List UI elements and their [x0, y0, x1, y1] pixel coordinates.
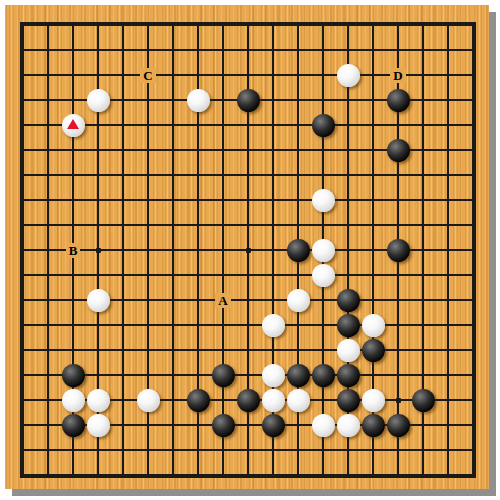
- board-cell[interactable]: [286, 38, 311, 63]
- board-cell[interactable]: [436, 363, 461, 388]
- board-cell[interactable]: [161, 13, 186, 38]
- board-cell[interactable]: [186, 13, 211, 38]
- board-cell[interactable]: [286, 138, 311, 163]
- board-cell[interactable]: [111, 63, 136, 88]
- board-cell[interactable]: [361, 438, 386, 463]
- board-cell[interactable]: [411, 363, 436, 388]
- board-cell[interactable]: [461, 263, 486, 288]
- board-cell[interactable]: [161, 388, 186, 413]
- board-cell[interactable]: [261, 63, 286, 88]
- board-cell[interactable]: [436, 313, 461, 338]
- board-cell[interactable]: [211, 438, 236, 463]
- board-cell[interactable]: [386, 113, 411, 138]
- board-cell[interactable]: [436, 238, 461, 263]
- board-cell[interactable]: [136, 388, 161, 413]
- board-cell[interactable]: [211, 38, 236, 63]
- board-cell[interactable]: [286, 263, 311, 288]
- board-cell[interactable]: [411, 138, 436, 163]
- board-cell[interactable]: [86, 438, 111, 463]
- board-cell[interactable]: [186, 38, 211, 63]
- board-cell[interactable]: [211, 63, 236, 88]
- board-cell[interactable]: [436, 63, 461, 88]
- board-cell[interactable]: [461, 38, 486, 63]
- board-cell[interactable]: [61, 188, 86, 213]
- board-cell[interactable]: [186, 238, 211, 263]
- board-cell[interactable]: [336, 63, 361, 88]
- board-cell[interactable]: [11, 263, 36, 288]
- board-cell[interactable]: [161, 113, 186, 138]
- board-cell[interactable]: [286, 213, 311, 238]
- board-cell[interactable]: [161, 138, 186, 163]
- board-cell[interactable]: [236, 113, 261, 138]
- board-cell[interactable]: [461, 163, 486, 188]
- board-cell[interactable]: [136, 438, 161, 463]
- board-cell[interactable]: [61, 288, 86, 313]
- board-cell[interactable]: [236, 213, 261, 238]
- board-cell[interactable]: [311, 188, 336, 213]
- board-cell[interactable]: [186, 438, 211, 463]
- board-cell[interactable]: [311, 363, 336, 388]
- board-cell[interactable]: [61, 463, 86, 488]
- board-cell[interactable]: [211, 313, 236, 338]
- board-cell[interactable]: [136, 213, 161, 238]
- board-cell[interactable]: [336, 38, 361, 63]
- board-cell[interactable]: [186, 413, 211, 438]
- board-cell[interactable]: [111, 138, 136, 163]
- board-cell[interactable]: [161, 363, 186, 388]
- board-cell[interactable]: [436, 263, 461, 288]
- board-cell[interactable]: [36, 438, 61, 463]
- board-cell[interactable]: [361, 213, 386, 238]
- board-cell[interactable]: [111, 313, 136, 338]
- board-cell[interactable]: [261, 288, 286, 313]
- board-cell[interactable]: [386, 163, 411, 188]
- board-cell[interactable]: [61, 388, 86, 413]
- board-cell[interactable]: [186, 63, 211, 88]
- board-cell[interactable]: [11, 63, 36, 88]
- board-cell[interactable]: [161, 313, 186, 338]
- board-cell[interactable]: [86, 138, 111, 163]
- board-cell[interactable]: [86, 163, 111, 188]
- board-cell[interactable]: [336, 338, 361, 363]
- board-cell[interactable]: [211, 163, 236, 188]
- board-cell[interactable]: [461, 413, 486, 438]
- board-cell[interactable]: [286, 338, 311, 363]
- board-cell[interactable]: [311, 88, 336, 113]
- board-cell[interactable]: [386, 88, 411, 113]
- board-cell[interactable]: [261, 188, 286, 213]
- board-cell[interactable]: [411, 388, 436, 413]
- board-cell[interactable]: D: [386, 63, 411, 88]
- board-cell[interactable]: A: [211, 288, 236, 313]
- board-cell[interactable]: [111, 213, 136, 238]
- board-cell[interactable]: [86, 288, 111, 313]
- board-cell[interactable]: [186, 288, 211, 313]
- board-cell[interactable]: [436, 13, 461, 38]
- board-cell[interactable]: [336, 13, 361, 38]
- board-cell[interactable]: [436, 438, 461, 463]
- board-cell[interactable]: [236, 388, 261, 413]
- board-cell[interactable]: [136, 338, 161, 363]
- board-cell[interactable]: [286, 388, 311, 413]
- board-cell[interactable]: [261, 238, 286, 263]
- board-cell[interactable]: [336, 313, 361, 338]
- board-cell[interactable]: [411, 413, 436, 438]
- board-cell[interactable]: [36, 388, 61, 413]
- board-cell[interactable]: [461, 363, 486, 388]
- board-cell[interactable]: [436, 88, 461, 113]
- board-cell[interactable]: [411, 188, 436, 213]
- board-cell[interactable]: [286, 413, 311, 438]
- board-cell[interactable]: [136, 88, 161, 113]
- board-cell[interactable]: [411, 13, 436, 38]
- board-cell[interactable]: [36, 213, 61, 238]
- board-cell[interactable]: [211, 463, 236, 488]
- board-cell[interactable]: [111, 413, 136, 438]
- board-cell[interactable]: [86, 413, 111, 438]
- board-cell[interactable]: [461, 13, 486, 38]
- board-cell[interactable]: [211, 338, 236, 363]
- board-cell[interactable]: [11, 413, 36, 438]
- board-cell[interactable]: [336, 438, 361, 463]
- board-cell[interactable]: [336, 388, 361, 413]
- board-cell[interactable]: [311, 63, 336, 88]
- board-cell[interactable]: [311, 288, 336, 313]
- board-cell[interactable]: [361, 463, 386, 488]
- board-cell[interactable]: [286, 163, 311, 188]
- board-cell[interactable]: [236, 288, 261, 313]
- board-cell[interactable]: [111, 338, 136, 363]
- board-cell[interactable]: [286, 88, 311, 113]
- board-cell[interactable]: [211, 413, 236, 438]
- board-cell[interactable]: [236, 463, 261, 488]
- board-cell[interactable]: [111, 438, 136, 463]
- board-cell[interactable]: [461, 188, 486, 213]
- board-cell[interactable]: [136, 238, 161, 263]
- board-cell[interactable]: [161, 288, 186, 313]
- board-cell[interactable]: [86, 88, 111, 113]
- board-cell[interactable]: [36, 63, 61, 88]
- board-cell[interactable]: [86, 13, 111, 38]
- board-cell[interactable]: [411, 38, 436, 63]
- board-cell[interactable]: [61, 213, 86, 238]
- board-cell[interactable]: [61, 63, 86, 88]
- board-cell[interactable]: [136, 363, 161, 388]
- board-cell[interactable]: [361, 238, 386, 263]
- board-cell[interactable]: [411, 438, 436, 463]
- board-cell[interactable]: [436, 113, 461, 138]
- board-cell[interactable]: [136, 163, 161, 188]
- board-cell[interactable]: [161, 463, 186, 488]
- board-cell[interactable]: [136, 263, 161, 288]
- board-cell[interactable]: [11, 363, 36, 388]
- board-cell[interactable]: [261, 13, 286, 38]
- board-cell[interactable]: [111, 263, 136, 288]
- board-cell[interactable]: [361, 13, 386, 38]
- board-cell[interactable]: [411, 88, 436, 113]
- board-cell[interactable]: [11, 313, 36, 338]
- board-cell[interactable]: [11, 288, 36, 313]
- board-cell[interactable]: [436, 213, 461, 238]
- board-cell[interactable]: [361, 363, 386, 388]
- board-cell[interactable]: [11, 88, 36, 113]
- board-cell[interactable]: [311, 213, 336, 238]
- board-cell[interactable]: [36, 338, 61, 363]
- board-cell[interactable]: [286, 438, 311, 463]
- board-cell[interactable]: [361, 388, 386, 413]
- board-cell[interactable]: [311, 438, 336, 463]
- board-cell[interactable]: [336, 238, 361, 263]
- board-cell[interactable]: [236, 238, 261, 263]
- board-cell[interactable]: [286, 313, 311, 338]
- board-cell[interactable]: [11, 238, 36, 263]
- board-cell[interactable]: [136, 463, 161, 488]
- board-cell[interactable]: [136, 413, 161, 438]
- board-cell[interactable]: [36, 138, 61, 163]
- board-cell[interactable]: [411, 113, 436, 138]
- board-cell[interactable]: [161, 88, 186, 113]
- board-cell[interactable]: [286, 363, 311, 388]
- board-cell[interactable]: [186, 163, 211, 188]
- board-cell[interactable]: [436, 188, 461, 213]
- board-cell[interactable]: [336, 138, 361, 163]
- board-cell[interactable]: [361, 188, 386, 213]
- board-cell[interactable]: [61, 13, 86, 38]
- board-cell[interactable]: [386, 438, 411, 463]
- board-cell[interactable]: [61, 313, 86, 338]
- board-cell[interactable]: [186, 188, 211, 213]
- board-cell[interactable]: [286, 13, 311, 38]
- board-cell[interactable]: [86, 313, 111, 338]
- board-cell[interactable]: [186, 388, 211, 413]
- board-cell[interactable]: [261, 438, 286, 463]
- board-cell[interactable]: [86, 463, 111, 488]
- board-cell[interactable]: [461, 338, 486, 363]
- board-cell[interactable]: [461, 213, 486, 238]
- board-cell[interactable]: [136, 138, 161, 163]
- board-cell[interactable]: [336, 163, 361, 188]
- board-cell[interactable]: [461, 438, 486, 463]
- board-cell[interactable]: [261, 338, 286, 363]
- board-cell[interactable]: [411, 463, 436, 488]
- board-cell[interactable]: [361, 288, 386, 313]
- board-cell[interactable]: [386, 238, 411, 263]
- board-cell[interactable]: [311, 313, 336, 338]
- board-cell[interactable]: [361, 88, 386, 113]
- board-cell[interactable]: [161, 163, 186, 188]
- board-cell[interactable]: [61, 163, 86, 188]
- board-cell[interactable]: [361, 338, 386, 363]
- board-cell[interactable]: [336, 363, 361, 388]
- board-cell[interactable]: [11, 13, 36, 38]
- board-cell[interactable]: [336, 113, 361, 138]
- board-cell[interactable]: [411, 163, 436, 188]
- board-cell[interactable]: [361, 138, 386, 163]
- board-cell[interactable]: [36, 238, 61, 263]
- board-cell[interactable]: [61, 338, 86, 363]
- board-cell[interactable]: [411, 288, 436, 313]
- board-cell[interactable]: [61, 138, 86, 163]
- board-cell[interactable]: [261, 163, 286, 188]
- board-cell[interactable]: [236, 263, 261, 288]
- board-cell[interactable]: [436, 38, 461, 63]
- board-cell[interactable]: [61, 363, 86, 388]
- board-cell[interactable]: [36, 13, 61, 38]
- board-cell[interactable]: [211, 88, 236, 113]
- board-cell[interactable]: [86, 113, 111, 138]
- board-cell[interactable]: [136, 288, 161, 313]
- board-cell[interactable]: [111, 38, 136, 63]
- board-cell[interactable]: [161, 38, 186, 63]
- board-cell[interactable]: [111, 188, 136, 213]
- board-cell[interactable]: [386, 263, 411, 288]
- board-cell[interactable]: [86, 38, 111, 63]
- board-cell[interactable]: [411, 238, 436, 263]
- board-cell[interactable]: [286, 238, 311, 263]
- board-cell[interactable]: [461, 463, 486, 488]
- board-cell[interactable]: [411, 338, 436, 363]
- board-cell[interactable]: [36, 38, 61, 63]
- board-cell[interactable]: [36, 288, 61, 313]
- board-cell[interactable]: [461, 313, 486, 338]
- board-cell[interactable]: [211, 238, 236, 263]
- board-cell[interactable]: [236, 138, 261, 163]
- board-cell[interactable]: [11, 438, 36, 463]
- board-cell[interactable]: [236, 63, 261, 88]
- board-cell[interactable]: [361, 63, 386, 88]
- board-cell[interactable]: [361, 163, 386, 188]
- board-cell[interactable]: [261, 138, 286, 163]
- board-cell[interactable]: [361, 263, 386, 288]
- board-cell[interactable]: [36, 463, 61, 488]
- board-cell[interactable]: [111, 288, 136, 313]
- board-cell[interactable]: [211, 263, 236, 288]
- board-cell[interactable]: [411, 63, 436, 88]
- board-cell[interactable]: [136, 113, 161, 138]
- board-cell[interactable]: [461, 138, 486, 163]
- board-cell[interactable]: [11, 188, 36, 213]
- board-cell[interactable]: [11, 38, 36, 63]
- board-cell[interactable]: [386, 413, 411, 438]
- board-cell[interactable]: [11, 163, 36, 188]
- board-cell[interactable]: [61, 263, 86, 288]
- board-cell[interactable]: [136, 13, 161, 38]
- board-cell[interactable]: [236, 188, 261, 213]
- board-cell[interactable]: [436, 163, 461, 188]
- board-cell[interactable]: [436, 463, 461, 488]
- board-cell[interactable]: [211, 138, 236, 163]
- board-cell[interactable]: [311, 113, 336, 138]
- board-cell[interactable]: [386, 288, 411, 313]
- board-cell[interactable]: [261, 88, 286, 113]
- board-cell[interactable]: [311, 388, 336, 413]
- board-cell[interactable]: [311, 463, 336, 488]
- board-cell[interactable]: [361, 413, 386, 438]
- board-cell[interactable]: [261, 263, 286, 288]
- board-cell[interactable]: [311, 138, 336, 163]
- board-cell[interactable]: [86, 188, 111, 213]
- board-cell[interactable]: [461, 113, 486, 138]
- board-cell[interactable]: [411, 213, 436, 238]
- board-cell[interactable]: [311, 263, 336, 288]
- board-cell[interactable]: [261, 413, 286, 438]
- board-cell[interactable]: [386, 38, 411, 63]
- board-cell[interactable]: [236, 88, 261, 113]
- board-cell[interactable]: C: [136, 63, 161, 88]
- board-cell[interactable]: [186, 338, 211, 363]
- board-cell[interactable]: [11, 138, 36, 163]
- board-cell[interactable]: [111, 238, 136, 263]
- board-cell[interactable]: [311, 13, 336, 38]
- board-cell[interactable]: [261, 313, 286, 338]
- board-cell[interactable]: [386, 338, 411, 363]
- board-cell[interactable]: [86, 263, 111, 288]
- board-cell[interactable]: [136, 38, 161, 63]
- board-cell[interactable]: [261, 388, 286, 413]
- board-cell[interactable]: [311, 238, 336, 263]
- board-cell[interactable]: [211, 13, 236, 38]
- board-cell[interactable]: [436, 288, 461, 313]
- board-cell[interactable]: [161, 263, 186, 288]
- board-cell[interactable]: [261, 213, 286, 238]
- board-cell[interactable]: [36, 163, 61, 188]
- board-cell[interactable]: [386, 13, 411, 38]
- board-cell[interactable]: [36, 413, 61, 438]
- board-cell[interactable]: [211, 363, 236, 388]
- board-cell[interactable]: [161, 63, 186, 88]
- board-cell[interactable]: [336, 263, 361, 288]
- board-cell[interactable]: [361, 313, 386, 338]
- board-cell[interactable]: [86, 338, 111, 363]
- board-cell[interactable]: [336, 463, 361, 488]
- board-cell[interactable]: [11, 113, 36, 138]
- board-cell[interactable]: [261, 113, 286, 138]
- board-cell[interactable]: [186, 313, 211, 338]
- board-cell[interactable]: [461, 63, 486, 88]
- board-cell[interactable]: [461, 388, 486, 413]
- board-cell[interactable]: [86, 238, 111, 263]
- board-cell[interactable]: [211, 213, 236, 238]
- board-cell[interactable]: [161, 338, 186, 363]
- board-cell[interactable]: [161, 188, 186, 213]
- board-cell[interactable]: [186, 363, 211, 388]
- board-cell[interactable]: [61, 88, 86, 113]
- board-cell[interactable]: [361, 113, 386, 138]
- board-cell[interactable]: [261, 463, 286, 488]
- board-cell[interactable]: [386, 463, 411, 488]
- board-cell[interactable]: [286, 113, 311, 138]
- board-cell[interactable]: [236, 13, 261, 38]
- board-cell[interactable]: [236, 313, 261, 338]
- board-cell[interactable]: [61, 113, 86, 138]
- board-cell[interactable]: [36, 113, 61, 138]
- board-cell[interactable]: [361, 38, 386, 63]
- board-cell[interactable]: B: [61, 238, 86, 263]
- board-cell[interactable]: [286, 288, 311, 313]
- board-cell[interactable]: [86, 388, 111, 413]
- board-cell[interactable]: [436, 338, 461, 363]
- board-cell[interactable]: [386, 313, 411, 338]
- board-cell[interactable]: [336, 413, 361, 438]
- board-cell[interactable]: [311, 163, 336, 188]
- board-cell[interactable]: [461, 238, 486, 263]
- board-cell[interactable]: [161, 438, 186, 463]
- board-cell[interactable]: [111, 388, 136, 413]
- board-cell[interactable]: [436, 138, 461, 163]
- board-cell[interactable]: [386, 388, 411, 413]
- board-cell[interactable]: [461, 288, 486, 313]
- board-cell[interactable]: [11, 213, 36, 238]
